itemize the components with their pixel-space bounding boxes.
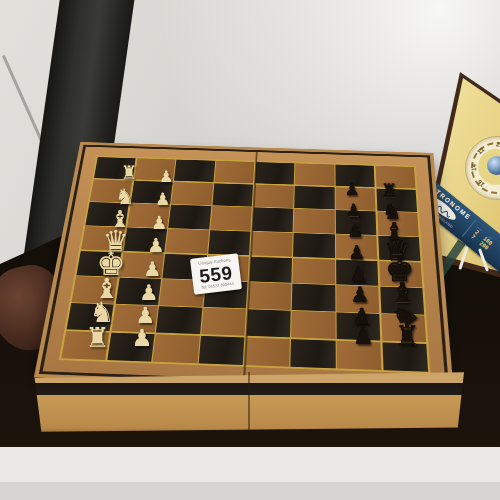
band-number: 7 bbox=[470, 234, 476, 240]
board-square bbox=[107, 332, 154, 361]
board-square bbox=[293, 233, 334, 258]
board-square bbox=[131, 181, 173, 204]
board-square bbox=[336, 165, 375, 188]
board-square bbox=[134, 158, 175, 180]
board-square bbox=[156, 306, 202, 334]
board-square bbox=[382, 342, 428, 372]
board-square bbox=[381, 314, 426, 342]
board-square bbox=[174, 160, 215, 182]
board-square bbox=[295, 163, 334, 186]
board-square bbox=[249, 257, 292, 283]
board-square bbox=[90, 179, 133, 202]
board-square bbox=[76, 251, 121, 277]
board-square bbox=[248, 282, 291, 309]
board-square bbox=[292, 284, 335, 311]
board-square bbox=[119, 252, 164, 278]
board-square bbox=[72, 277, 118, 304]
board-square bbox=[293, 258, 335, 284]
chess-board bbox=[39, 145, 449, 390]
board-square bbox=[380, 287, 424, 314]
board-square bbox=[66, 303, 113, 331]
board-square bbox=[291, 339, 336, 368]
board-square bbox=[201, 308, 246, 336]
board-square bbox=[111, 305, 157, 333]
board-square bbox=[199, 336, 245, 365]
board-square bbox=[254, 184, 294, 207]
board-square bbox=[210, 206, 252, 230]
board-square bbox=[61, 331, 109, 360]
board-square bbox=[294, 209, 335, 233]
board-square bbox=[336, 187, 376, 210]
dial-blue-knob bbox=[487, 156, 500, 175]
board-square bbox=[115, 278, 161, 305]
board-square bbox=[377, 212, 419, 236]
board-square bbox=[169, 205, 211, 229]
board-square bbox=[292, 311, 336, 339]
board-square bbox=[85, 202, 129, 226]
board-square bbox=[252, 208, 293, 232]
floor-shadow-band bbox=[0, 482, 500, 500]
auction-label: Unique Auctions 559 Tel: 01522 690444 bbox=[190, 253, 242, 295]
board-square bbox=[246, 309, 290, 337]
board-square bbox=[336, 234, 378, 259]
board-square bbox=[166, 229, 209, 254]
board-square bbox=[171, 182, 212, 205]
board-square bbox=[245, 337, 290, 366]
board-square bbox=[295, 186, 335, 209]
board-square bbox=[251, 232, 293, 257]
board-square bbox=[81, 226, 125, 251]
board-square bbox=[376, 188, 417, 212]
board-square bbox=[336, 286, 379, 313]
board-square bbox=[208, 230, 250, 255]
board-square bbox=[123, 227, 167, 252]
dial-number: 14 bbox=[470, 164, 477, 171]
band-number-column: ·· ··27 bbox=[469, 226, 483, 241]
board-square bbox=[94, 157, 136, 179]
board-square bbox=[214, 161, 254, 184]
board-square bbox=[153, 334, 200, 363]
board-square bbox=[336, 210, 377, 234]
board-square bbox=[375, 166, 415, 189]
board-square bbox=[379, 261, 422, 287]
board-square bbox=[336, 260, 378, 286]
board-square bbox=[337, 341, 382, 370]
board-square bbox=[337, 313, 381, 341]
board-square bbox=[255, 162, 295, 185]
box-fold-seam bbox=[248, 372, 250, 430]
board-square bbox=[127, 204, 170, 228]
board-square bbox=[378, 236, 420, 261]
board-square bbox=[212, 183, 253, 206]
